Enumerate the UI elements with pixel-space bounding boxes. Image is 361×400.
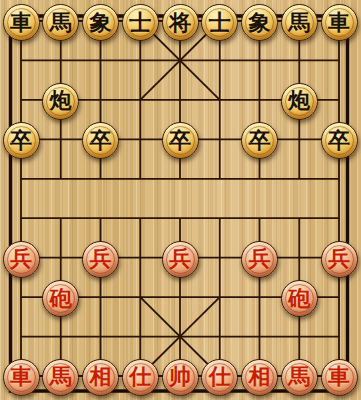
piece-black-cannon[interactable]: 炮: [42, 83, 79, 120]
piece-red-soldier[interactable]: 兵: [82, 241, 119, 278]
piece-black-soldier[interactable]: 卒: [162, 122, 199, 159]
piece-red-soldier[interactable]: 兵: [241, 241, 278, 278]
piece-black-horse[interactable]: 馬: [281, 4, 318, 41]
piece-black-elephant[interactable]: 象: [241, 4, 278, 41]
piece-red-advisor[interactable]: 仕: [122, 359, 159, 396]
piece-black-rook[interactable]: 車: [321, 4, 358, 41]
piece-red-soldier[interactable]: 兵: [321, 241, 358, 278]
piece-black-elephant[interactable]: 象: [82, 4, 119, 41]
piece-red-rook[interactable]: 車: [3, 359, 40, 396]
xiangqi-board[interactable]: 車馬象士将士象馬車炮炮卒卒卒卒卒兵兵兵兵兵砲砲車馬相仕帅仕相馬車: [0, 0, 361, 400]
piece-black-soldier[interactable]: 卒: [321, 122, 358, 159]
piece-black-horse[interactable]: 馬: [42, 4, 79, 41]
piece-red-soldier[interactable]: 兵: [3, 241, 40, 278]
piece-red-advisor[interactable]: 仕: [201, 359, 238, 396]
piece-red-rook[interactable]: 車: [321, 359, 358, 396]
piece-red-horse[interactable]: 馬: [42, 359, 79, 396]
piece-black-soldier[interactable]: 卒: [82, 122, 119, 159]
piece-black-rook[interactable]: 車: [3, 4, 40, 41]
piece-red-soldier[interactable]: 兵: [162, 241, 199, 278]
piece-red-horse[interactable]: 馬: [281, 359, 318, 396]
piece-black-general[interactable]: 将: [162, 4, 199, 41]
piece-red-general[interactable]: 帅: [162, 359, 199, 396]
piece-black-soldier[interactable]: 卒: [3, 122, 40, 159]
piece-black-advisor[interactable]: 士: [122, 4, 159, 41]
piece-layer: 車馬象士将士象馬車炮炮卒卒卒卒卒兵兵兵兵兵砲砲車馬相仕帅仕相馬車: [0, 0, 361, 400]
piece-black-advisor[interactable]: 士: [201, 4, 238, 41]
piece-red-elephant[interactable]: 相: [241, 359, 278, 396]
piece-black-cannon[interactable]: 炮: [281, 83, 318, 120]
piece-red-cannon[interactable]: 砲: [42, 280, 79, 317]
piece-black-soldier[interactable]: 卒: [241, 122, 278, 159]
piece-red-elephant[interactable]: 相: [82, 359, 119, 396]
piece-red-cannon[interactable]: 砲: [281, 280, 318, 317]
